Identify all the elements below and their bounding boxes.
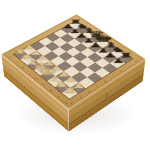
frame-dot-icon [43,84,45,86]
frame-dot-icon [28,72,30,74]
frame-dot-icon [128,65,130,66]
frame-dot-icon [88,91,90,93]
frame-dot-icon [79,96,81,98]
frame-dot-icon [112,75,114,77]
scene: ♜♞♟♝♟♛♟♚♟♝♟♞♟♟♜♟♟♜♟♟♞♟♝♟♛♟♚♟♝♟♞♜ [0,0,150,150]
frame-dot-icon [15,61,17,62]
case-latch [105,92,108,98]
frame-dot-icon [104,80,106,82]
frame-dot-icon [22,67,24,68]
frame-dot-icon [65,102,67,104]
frame-dot-icon [57,96,59,98]
frame-dot-icon [71,102,73,104]
frame-dot-icon [135,60,137,61]
chess-set-photo: ♜♞♟♝♟♛♟♚♟♝♟♞♟♟♜♟♟♜♟♟♞♟♝♟♛♟♚♟♝♟♞♜ [0,0,150,150]
frame-dot-icon [96,86,98,88]
frame-dot-icon [120,70,122,71]
frame-dot-icon [35,78,37,80]
frame-dot-icon [50,89,52,91]
frame-dot-icon [9,56,11,57]
